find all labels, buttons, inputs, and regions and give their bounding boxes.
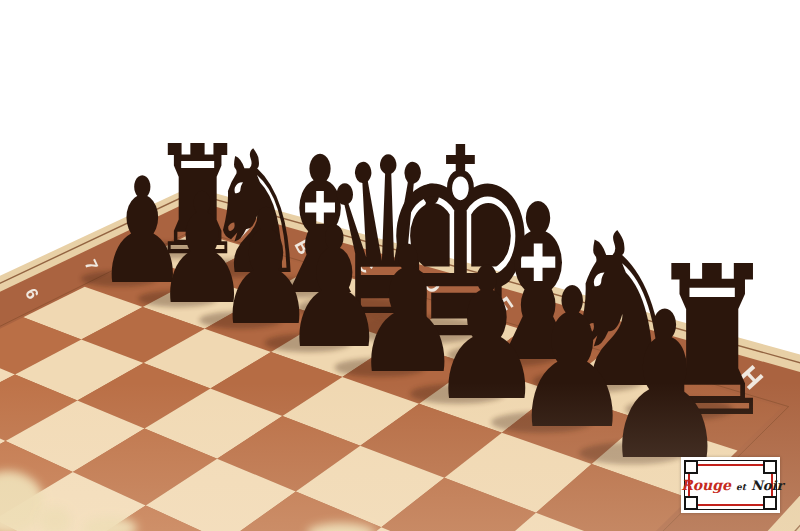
logo-corner-ornament [763, 460, 777, 474]
logo-word-et: et [736, 482, 746, 492]
rouge-et-noir-logo: Rouge et Noir [681, 457, 780, 513]
logo-text: Rouge et Noir [681, 475, 780, 494]
chessboard: ABCDEFGH87654321♜♞♟♝♟♛♟♚♟♝♟♞♟♜♟♟ [0, 0, 800, 531]
logo-corner-ornament [763, 496, 777, 510]
photo-canvas: ABCDEFGH87654321♜♞♟♝♟♛♟♚♟♝♟♞♟♜♟♟ Rouge e… [0, 0, 800, 531]
logo-corner-ornament [684, 496, 698, 510]
logo-word-rouge: Rouge [681, 477, 731, 493]
logo-word-noir: Noir [751, 478, 783, 493]
logo-corner-ornament [684, 460, 698, 474]
